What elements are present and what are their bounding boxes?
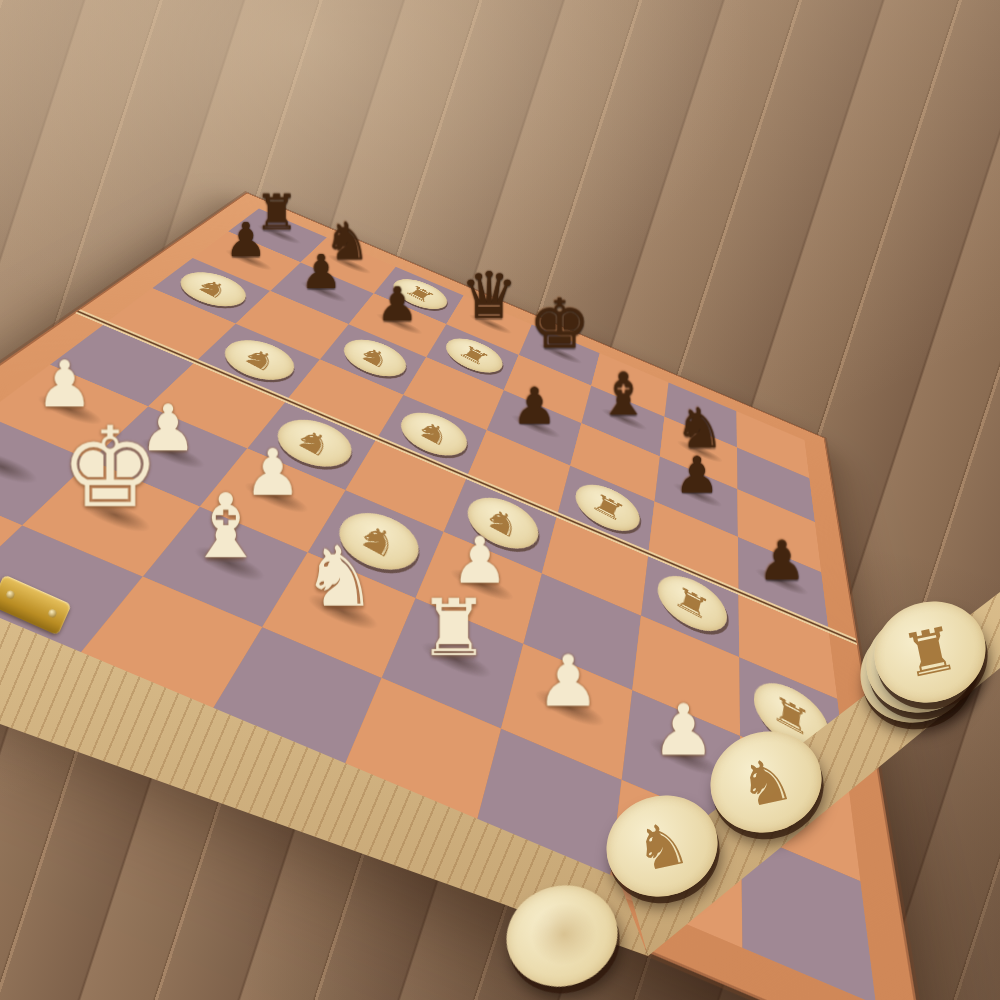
white-piece-glyph: ♜ xyxy=(384,592,523,667)
rook-engraving-icon: ♜ xyxy=(585,487,630,528)
rook-engraving-icon: ♜ xyxy=(896,612,963,692)
disc-wood-stain xyxy=(522,894,605,974)
scene-caption: Overhead angled photo of a wooden foldin… xyxy=(0,16,1,17)
black-piece-glyph: ♟ xyxy=(648,451,747,499)
hinge-screw xyxy=(47,608,58,619)
knight-engraving-icon: ♞ xyxy=(350,342,400,374)
black-piece-glyph: ♟ xyxy=(351,282,443,326)
chess-board: ♜♞♛♚♝♞♟♟♟♟♟♟♛♚♝♞♜♟♟♟♟♟♟♜♜♜♜♜♞♞♞♞♞♞♞ xyxy=(0,192,928,1000)
checker-disc-rook-d7[interactable]: ♜ xyxy=(440,332,508,380)
white-piece-glyph: ♛ xyxy=(0,374,66,473)
rook-engraving-icon: ♜ xyxy=(452,341,495,371)
black-piece-glyph: ♚ xyxy=(517,291,603,356)
knight-engraving-icon: ♞ xyxy=(732,742,799,822)
knight-engraving-icon: ♞ xyxy=(186,275,241,304)
knight-engraving-icon: ♞ xyxy=(628,806,695,886)
hinge-screw xyxy=(5,589,16,600)
